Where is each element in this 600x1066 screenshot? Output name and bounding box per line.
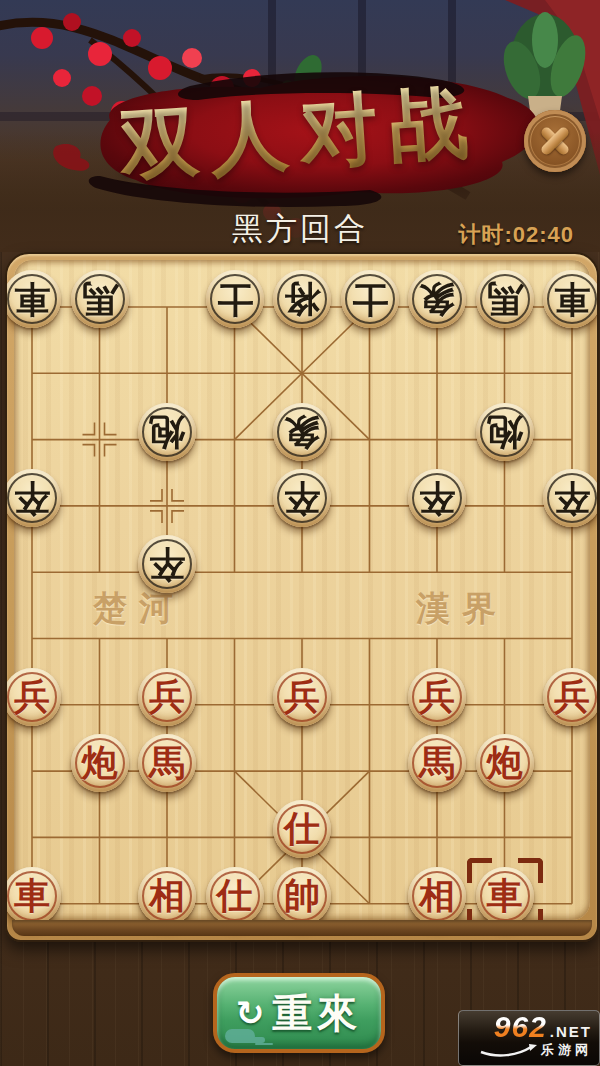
piece-black-soldier-f9r4[interactable]: 卒 [543, 469, 599, 527]
piece-red-soldier-f5r7[interactable]: 兵 [273, 668, 331, 726]
piece-red-elephant-f3r10[interactable]: 相 [138, 867, 196, 925]
piece-character: 象 [273, 403, 331, 461]
piece-character: 馬 [408, 734, 466, 792]
piece-red-general-f5r10[interactable]: 帥 [273, 867, 331, 925]
piece-black-advisor-f6r1[interactable]: 士 [341, 270, 399, 328]
piece-red-horse-f3r8[interactable]: 馬 [138, 734, 196, 792]
piece-red-soldier-f9r7[interactable]: 兵 [543, 668, 599, 726]
piece-character: 帥 [273, 867, 331, 925]
piece-black-soldier-f1r4[interactable]: 卒 [5, 469, 61, 527]
piece-character: 車 [5, 867, 61, 925]
piece-character: 士 [206, 270, 264, 328]
piece-character: 馬 [71, 270, 129, 328]
piece-character: 卒 [543, 469, 599, 527]
piece-red-advisor-f4r10[interactable]: 仕 [206, 867, 264, 925]
close-button[interactable] [524, 110, 586, 172]
piece-character: 仕 [206, 867, 264, 925]
piece-red-soldier-f3r7[interactable]: 兵 [138, 668, 196, 726]
piece-character: 兵 [138, 668, 196, 726]
piece-character: 卒 [5, 469, 61, 527]
selection-bracket [518, 909, 543, 934]
piece-character: 馬 [138, 734, 196, 792]
piece-character: 馬 [476, 270, 534, 328]
piece-character: 兵 [5, 668, 61, 726]
piece-character: 車 [5, 270, 61, 328]
piece-character: 相 [138, 867, 196, 925]
selection-bracket [467, 909, 492, 934]
piece-character: 兵 [273, 668, 331, 726]
piece-black-chariot-f9r1[interactable]: 車 [543, 270, 599, 328]
piece-red-cannon-f8r8[interactable]: 炮 [476, 734, 534, 792]
piece-red-chariot-f1r10[interactable]: 車 [5, 867, 61, 925]
piece-character: 兵 [408, 668, 466, 726]
refresh-icon: ↻ [236, 993, 265, 1033]
piece-black-horse-f2r1[interactable]: 馬 [71, 270, 129, 328]
piece-character: 炮 [476, 734, 534, 792]
piece-red-chariot-f8r10[interactable]: 車 [476, 867, 534, 925]
piece-black-advisor-f4r1[interactable]: 士 [206, 270, 264, 328]
piece-black-elephant-f7r1[interactable]: 象 [408, 270, 466, 328]
piece-black-chariot-f1r1[interactable]: 車 [5, 270, 61, 328]
selection-bracket [518, 858, 543, 883]
piece-character: 炮 [71, 734, 129, 792]
watermark-net: .NET [550, 1023, 592, 1040]
piece-character: 将 [273, 270, 331, 328]
piece-black-cannon-f3r3[interactable]: 炮 [138, 403, 196, 461]
board-surface[interactable]: 楚河 漢界 車馬士将士象馬車炮象炮卒卒卒卒卒兵兵兵兵兵炮馬馬炮仕車相仕帥相車 [14, 260, 590, 920]
title-banner: 双人对战 [0, 58, 600, 208]
piece-red-cannon-f2r8[interactable]: 炮 [71, 734, 129, 792]
piece-black-soldier-f3r5[interactable]: 卒 [138, 535, 196, 593]
game-board-panel: 楚河 漢界 車馬士将士象馬車炮象炮卒卒卒卒卒兵兵兵兵兵炮馬馬炮仕車相仕帥相車 [5, 252, 599, 942]
piece-character: 兵 [543, 668, 599, 726]
xiangqi-app: 双人对战 黑方回合 计时:02:40 楚河 漢界 車馬士将士象馬車炮象炮卒卒卒卒… [0, 0, 600, 1066]
piece-character: 炮 [138, 403, 196, 461]
piece-red-soldier-f1r7[interactable]: 兵 [5, 668, 61, 726]
piece-character: 卒 [138, 535, 196, 593]
piece-black-soldier-f5r4[interactable]: 卒 [273, 469, 331, 527]
piece-character: 車 [543, 270, 599, 328]
piece-red-horse-f7r8[interactable]: 馬 [408, 734, 466, 792]
watermark-number: 962 [494, 1014, 547, 1040]
piece-black-cannon-f8r3[interactable]: 炮 [476, 403, 534, 461]
piece-character: 士 [341, 270, 399, 328]
restart-label: 重來 [272, 986, 362, 1041]
piece-character: 相 [408, 867, 466, 925]
piece-character: 仕 [273, 800, 331, 858]
piece-red-advisor-f5r9[interactable]: 仕 [273, 800, 331, 858]
timer: 计时:02:40 [458, 220, 574, 250]
piece-black-soldier-f7r4[interactable]: 卒 [408, 469, 466, 527]
piece-character: 象 [408, 270, 466, 328]
piece-red-elephant-f7r10[interactable]: 相 [408, 867, 466, 925]
piece-black-general-f5r1[interactable]: 将 [273, 270, 331, 328]
piece-character: 炮 [476, 403, 534, 461]
piece-black-horse-f8r1[interactable]: 馬 [476, 270, 534, 328]
piece-character: 卒 [273, 469, 331, 527]
piece-character: 卒 [408, 469, 466, 527]
piece-layer: 車馬士将士象馬車炮象炮卒卒卒卒卒兵兵兵兵兵炮馬馬炮仕車相仕帥相車 [14, 260, 590, 920]
watermark-logo[interactable]: 962 .NET 乐游网 [458, 1010, 600, 1066]
piece-black-elephant-f5r3[interactable]: 象 [273, 403, 331, 461]
piece-red-soldier-f7r7[interactable]: 兵 [408, 668, 466, 726]
restart-button[interactable]: ↻ 重來 [213, 973, 385, 1053]
watermark-chinese: 乐游网 [541, 1041, 592, 1059]
swoosh-icon [479, 1043, 537, 1057]
selection-bracket [467, 858, 492, 883]
